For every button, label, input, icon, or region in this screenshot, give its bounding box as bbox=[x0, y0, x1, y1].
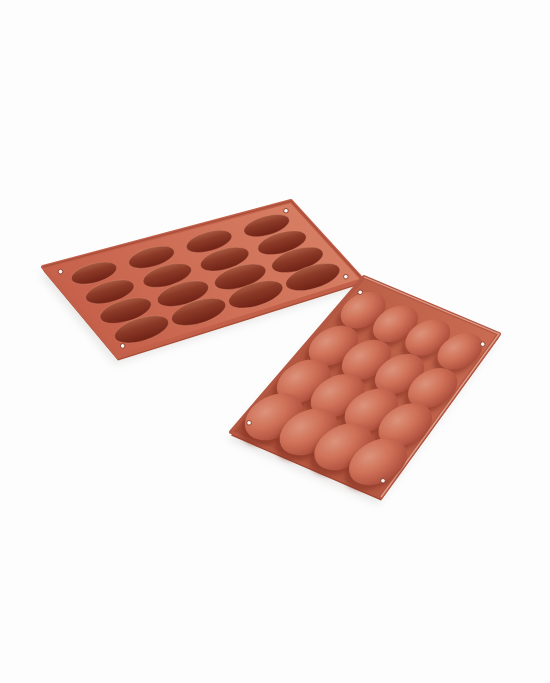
corner-hole bbox=[247, 421, 252, 426]
corner-hole bbox=[344, 274, 349, 279]
corner-hole bbox=[480, 342, 485, 347]
corner-hole bbox=[120, 344, 125, 349]
corner-hole bbox=[358, 290, 363, 295]
molds-scene bbox=[0, 0, 550, 683]
corner-hole bbox=[381, 478, 386, 483]
product-photo bbox=[0, 0, 550, 683]
corner-hole bbox=[58, 269, 63, 274]
corner-hole bbox=[284, 208, 289, 213]
